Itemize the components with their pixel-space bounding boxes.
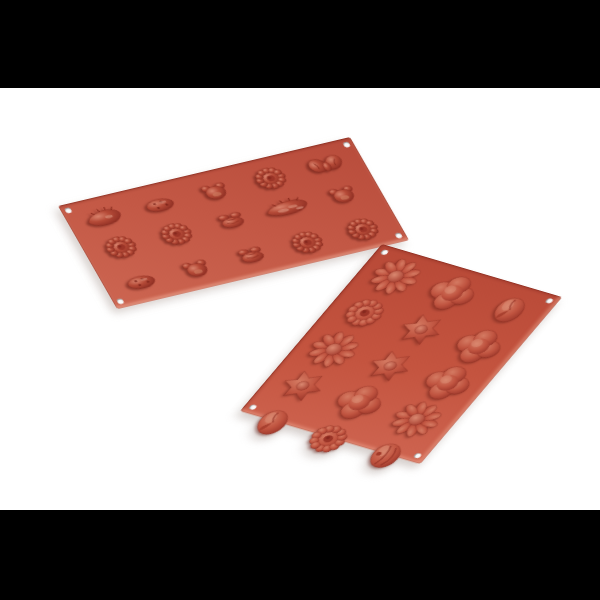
- cavity-ladybug: [111, 262, 173, 302]
- cavity-fluted: [334, 210, 392, 249]
- product-photo: [0, 0, 600, 600]
- mold-front-view: [240, 244, 562, 464]
- cavity-fluted: [278, 223, 336, 262]
- cavity-grid-front: [240, 244, 562, 464]
- letterbox-top: [0, 0, 600, 88]
- cavity-bee: [221, 235, 283, 275]
- photo-area: [0, 88, 600, 510]
- letterbox-bottom: [0, 510, 600, 600]
- cavity-teddy: [166, 249, 228, 289]
